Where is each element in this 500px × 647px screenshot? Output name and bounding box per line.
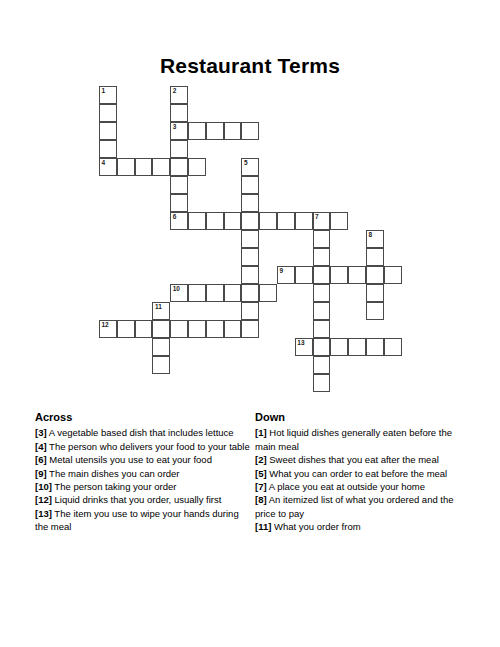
blocked-space (259, 338, 277, 356)
grid-cell[interactable]: 6 (170, 212, 188, 230)
blocked-space (366, 140, 384, 158)
blocked-space (206, 176, 224, 194)
clue-item-number: [12] (35, 494, 52, 505)
grid-cell[interactable] (152, 356, 170, 374)
grid-cell[interactable] (188, 284, 206, 302)
blocked-space (117, 356, 135, 374)
grid-cell[interactable]: 7 (313, 212, 331, 230)
clue-item-number: [9] (35, 468, 47, 479)
clue-item-down-2: [2] Sweet dishes that you eat after the … (255, 453, 470, 466)
grid-cell[interactable] (188, 212, 206, 230)
blocked-space (170, 356, 188, 374)
blocked-space (117, 212, 135, 230)
blocked-space (366, 86, 384, 104)
down-heading: Down (255, 411, 470, 424)
blocked-space (99, 248, 117, 266)
clue-number: 8 (368, 231, 372, 239)
blocked-space (188, 194, 206, 212)
grid-cell[interactable] (152, 158, 170, 176)
blocked-space (277, 176, 295, 194)
blocked-space (152, 86, 170, 104)
blocked-space (188, 356, 206, 374)
blocked-space (241, 86, 259, 104)
blocked-space (206, 356, 224, 374)
grid-cell[interactable] (366, 284, 384, 302)
clue-item-number: [13] (35, 508, 52, 519)
blocked-space (224, 86, 242, 104)
blocked-space (188, 104, 206, 122)
blocked-space (295, 302, 313, 320)
grid-cell[interactable] (295, 212, 313, 230)
blocked-space (241, 140, 259, 158)
grid-cell[interactable] (99, 104, 117, 122)
grid-cell[interactable] (170, 158, 188, 176)
grid-cell[interactable] (224, 122, 242, 140)
grid-cell[interactable] (224, 320, 242, 338)
grid-cell[interactable] (241, 284, 259, 302)
clue-number: 7 (315, 213, 319, 221)
grid-cell[interactable] (117, 320, 135, 338)
grid-cell[interactable] (366, 248, 384, 266)
blocked-space (117, 86, 135, 104)
page-title: Restaurant Terms (0, 54, 500, 78)
grid-cell[interactable]: 12 (99, 320, 117, 338)
grid-cell[interactable] (117, 158, 135, 176)
clue-item-down-5: [5] What you can order to eat before the… (255, 467, 470, 480)
grid-cell[interactable] (206, 122, 224, 140)
blocked-space (348, 356, 366, 374)
clue-number: 6 (173, 213, 177, 221)
blocked-space (330, 140, 348, 158)
blocked-space (188, 302, 206, 320)
blocked-space (206, 194, 224, 212)
blocked-space (259, 302, 277, 320)
grid-cell[interactable] (170, 140, 188, 158)
blocked-space (152, 374, 170, 392)
blocked-space (224, 356, 242, 374)
grid-cell[interactable] (330, 212, 348, 230)
grid-cell[interactable] (206, 284, 224, 302)
blocked-space (206, 86, 224, 104)
blocked-space (224, 302, 242, 320)
grid-cell[interactable]: 9 (277, 266, 295, 284)
grid-cell[interactable] (384, 338, 402, 356)
grid-cell[interactable] (366, 338, 384, 356)
blocked-space (259, 176, 277, 194)
blocked-space (224, 248, 242, 266)
blocked-space (135, 374, 153, 392)
grid-cell[interactable] (259, 284, 277, 302)
grid-cell[interactable] (313, 266, 331, 284)
blocked-space (348, 320, 366, 338)
clue-item-across-4: [4] The person who delivers your food to… (35, 440, 251, 453)
blocked-space (99, 302, 117, 320)
blocked-space (99, 338, 117, 356)
blocked-space (348, 284, 366, 302)
grid-cell[interactable] (366, 302, 384, 320)
grid-cell[interactable] (330, 338, 348, 356)
blocked-space (295, 284, 313, 302)
blocked-space (259, 356, 277, 374)
blocked-space (259, 122, 277, 140)
blocked-space (313, 194, 331, 212)
blocked-space (277, 104, 295, 122)
blocked-space (295, 374, 313, 392)
blocked-space (206, 230, 224, 248)
blocked-space (117, 266, 135, 284)
blocked-space (384, 194, 402, 212)
grid-cell[interactable] (206, 212, 224, 230)
grid-cell[interactable] (152, 320, 170, 338)
blocked-space (152, 266, 170, 284)
blocked-space (170, 374, 188, 392)
blocked-space (188, 248, 206, 266)
blocked-space (348, 104, 366, 122)
clue-item-down-7: [7] A place you eat at outside your home (255, 480, 470, 493)
blocked-space (384, 122, 402, 140)
blocked-space (366, 122, 384, 140)
grid-cell[interactable] (313, 230, 331, 248)
grid-cell[interactable] (170, 194, 188, 212)
blocked-space (135, 338, 153, 356)
blocked-space (259, 86, 277, 104)
grid-cell[interactable] (206, 320, 224, 338)
grid-cell[interactable] (241, 212, 259, 230)
blocked-space (384, 104, 402, 122)
clue-item-number: [8] (255, 494, 267, 505)
blocked-space (366, 176, 384, 194)
blocked-space (330, 248, 348, 266)
blocked-space (117, 140, 135, 158)
blocked-space (259, 374, 277, 392)
blocked-space (348, 212, 366, 230)
grid-cell[interactable] (313, 284, 331, 302)
blocked-space (366, 320, 384, 338)
blocked-space (206, 158, 224, 176)
grid-cell[interactable] (241, 248, 259, 266)
blocked-space (224, 374, 242, 392)
blocked-space (188, 86, 206, 104)
grid-cell[interactable] (241, 122, 259, 140)
grid-cell[interactable] (384, 266, 402, 284)
blocked-space (224, 176, 242, 194)
blocked-space (295, 176, 313, 194)
down-clues-section: Down [1] Hot liquid dishes generally eat… (255, 411, 470, 534)
blocked-space (224, 230, 242, 248)
blocked-space (348, 302, 366, 320)
blocked-space (295, 320, 313, 338)
grid-cell[interactable] (241, 302, 259, 320)
clue-item-across-3: [3] A vegetable based dish that includes… (35, 426, 251, 439)
blocked-space (384, 356, 402, 374)
blocked-space (152, 230, 170, 248)
blocked-space (259, 248, 277, 266)
blocked-space (117, 284, 135, 302)
grid-cell[interactable] (313, 302, 331, 320)
blocked-space (188, 230, 206, 248)
clue-number: 5 (244, 159, 248, 167)
blocked-space (152, 104, 170, 122)
blocked-space (224, 338, 242, 356)
grid-cell[interactable] (135, 320, 153, 338)
grid-cell[interactable] (170, 104, 188, 122)
blocked-space (330, 320, 348, 338)
blocked-space (99, 176, 117, 194)
blocked-space (224, 140, 242, 158)
grid-cell[interactable] (188, 320, 206, 338)
blocked-space (366, 356, 384, 374)
blocked-space (117, 104, 135, 122)
blocked-space (152, 284, 170, 302)
clue-item-across-9: [9] The main dishes you can order (35, 467, 251, 480)
blocked-space (295, 122, 313, 140)
blocked-space (313, 122, 331, 140)
blocked-space (295, 194, 313, 212)
blocked-space (188, 266, 206, 284)
blocked-space (135, 140, 153, 158)
blocked-space (330, 356, 348, 374)
blocked-space (348, 248, 366, 266)
blocked-space (99, 284, 117, 302)
grid-cell[interactable]: 5 (241, 158, 259, 176)
grid-cell[interactable] (99, 122, 117, 140)
blocked-space (206, 104, 224, 122)
blocked-space (135, 356, 153, 374)
clue-number: 11 (155, 303, 162, 311)
grid-cell[interactable]: 1 (99, 86, 117, 104)
blocked-space (366, 212, 384, 230)
blocked-space (295, 140, 313, 158)
blocked-space (259, 158, 277, 176)
clue-item-number: [2] (255, 454, 267, 465)
grid-cell[interactable] (366, 266, 384, 284)
blocked-space (241, 338, 259, 356)
grid-cell[interactable] (313, 374, 331, 392)
crossword-grid: 12345678910111213 (99, 86, 402, 392)
grid-cell[interactable] (99, 140, 117, 158)
blocked-space (170, 248, 188, 266)
grid-cell[interactable] (188, 122, 206, 140)
blocked-space (330, 122, 348, 140)
blocked-space (224, 158, 242, 176)
down-clues-list: [1] Hot liquid dishes generally eaten be… (255, 426, 470, 533)
blocked-space (277, 356, 295, 374)
blocked-space (259, 140, 277, 158)
grid-cell[interactable]: 10 (170, 284, 188, 302)
grid-cell[interactable]: 3 (170, 122, 188, 140)
blocked-space (384, 248, 402, 266)
blocked-space (295, 356, 313, 374)
blocked-space (313, 176, 331, 194)
blocked-space (188, 140, 206, 158)
blocked-space (152, 212, 170, 230)
blocked-space (259, 230, 277, 248)
blocked-space (313, 158, 331, 176)
blocked-space (348, 158, 366, 176)
grid-cell[interactable] (348, 338, 366, 356)
blocked-space (117, 194, 135, 212)
grid-cell[interactable] (241, 320, 259, 338)
blocked-space (384, 158, 402, 176)
blocked-space (277, 320, 295, 338)
blocked-space (384, 284, 402, 302)
blocked-space (295, 158, 313, 176)
blocked-space (99, 194, 117, 212)
grid-cell[interactable] (170, 176, 188, 194)
blocked-space (277, 194, 295, 212)
blocked-space (135, 302, 153, 320)
blocked-space (170, 338, 188, 356)
blocked-space (135, 248, 153, 266)
blocked-space (152, 194, 170, 212)
clue-item-number: [3] (35, 427, 47, 438)
blocked-space (206, 248, 224, 266)
grid-cell[interactable] (241, 176, 259, 194)
blocked-space (206, 374, 224, 392)
grid-cell[interactable]: 4 (99, 158, 117, 176)
blocked-space (330, 374, 348, 392)
grid-cell[interactable] (152, 338, 170, 356)
blocked-space (99, 230, 117, 248)
blocked-space (384, 230, 402, 248)
clue-item-across-13: [13] The item you use to wipe your hands… (35, 507, 251, 534)
grid-cell[interactable] (241, 230, 259, 248)
blocked-space (366, 194, 384, 212)
blocked-space (295, 230, 313, 248)
blocked-space (348, 140, 366, 158)
grid-cell[interactable] (313, 338, 331, 356)
blocked-space (277, 284, 295, 302)
blocked-space (135, 104, 153, 122)
blocked-space (348, 230, 366, 248)
blocked-space (384, 176, 402, 194)
grid-cell[interactable] (188, 158, 206, 176)
blocked-space (348, 122, 366, 140)
clue-number: 9 (279, 267, 283, 275)
clue-item-number: [4] (35, 441, 47, 452)
blocked-space (330, 176, 348, 194)
clue-number: 3 (173, 123, 177, 131)
grid-cell[interactable]: 11 (152, 302, 170, 320)
grid-cell[interactable] (330, 266, 348, 284)
clue-item-number: [10] (35, 481, 52, 492)
blocked-space (384, 86, 402, 104)
blocked-space (277, 140, 295, 158)
grid-cell[interactable] (348, 266, 366, 284)
blocked-space (170, 302, 188, 320)
grid-cell[interactable] (313, 356, 331, 374)
clue-number: 1 (102, 87, 106, 95)
clue-number: 13 (297, 339, 304, 347)
blocked-space (99, 212, 117, 230)
grid-cell[interactable] (170, 320, 188, 338)
clue-item-across-12: [12] Liquid drinks that you order, usual… (35, 493, 251, 506)
blocked-space (384, 302, 402, 320)
blocked-space (188, 176, 206, 194)
blocked-space (348, 86, 366, 104)
blocked-space (135, 266, 153, 284)
grid-cell[interactable] (241, 266, 259, 284)
blocked-space (384, 212, 402, 230)
across-clues-list: [3] A vegetable based dish that includes… (35, 426, 251, 533)
clue-item-down-1: [1] Hot liquid dishes generally eaten be… (255, 426, 470, 453)
blocked-space (384, 374, 402, 392)
blocked-space (366, 158, 384, 176)
blocked-space (117, 230, 135, 248)
blocked-space (188, 338, 206, 356)
blocked-space (277, 374, 295, 392)
blocked-space (224, 266, 242, 284)
blocked-space (152, 176, 170, 194)
grid-cell[interactable]: 13 (295, 338, 313, 356)
blocked-space (313, 140, 331, 158)
blocked-space (117, 338, 135, 356)
clue-number: 2 (173, 87, 177, 95)
blocked-space (241, 104, 259, 122)
grid-cell[interactable] (224, 212, 242, 230)
blocked-space (135, 230, 153, 248)
blocked-space (170, 266, 188, 284)
blocked-space (206, 338, 224, 356)
clue-item-across-10: [10] The person taking your order (35, 480, 251, 493)
blocked-space (277, 302, 295, 320)
blocked-space (330, 302, 348, 320)
grid-cell[interactable]: 2 (170, 86, 188, 104)
blocked-space (295, 86, 313, 104)
blocked-space (348, 194, 366, 212)
clue-item-number: [6] (35, 454, 47, 465)
blocked-space (117, 176, 135, 194)
clue-item-down-8: [8] An itemized list of what you ordered… (255, 493, 470, 520)
blocked-space (117, 374, 135, 392)
blocked-space (277, 248, 295, 266)
grid-cell[interactable] (135, 158, 153, 176)
grid-cell[interactable] (241, 194, 259, 212)
clue-item-across-6: [6] Metal utensils you use to eat your f… (35, 453, 251, 466)
clue-item-down-11: [11] What you order from (255, 520, 470, 533)
blocked-space (135, 86, 153, 104)
blocked-space (277, 338, 295, 356)
blocked-space (295, 104, 313, 122)
grid-cell[interactable] (259, 212, 277, 230)
grid-cell[interactable] (277, 212, 295, 230)
blocked-space (330, 230, 348, 248)
blocked-space (152, 248, 170, 266)
blocked-space (224, 194, 242, 212)
blocked-space (135, 122, 153, 140)
blocked-space (366, 374, 384, 392)
blocked-space (206, 302, 224, 320)
grid-cell[interactable] (313, 320, 331, 338)
blocked-space (348, 176, 366, 194)
clue-item-number: [11] (255, 521, 271, 532)
grid-cell[interactable] (295, 266, 313, 284)
blocked-space (170, 230, 188, 248)
clue-number: 4 (102, 159, 106, 167)
blocked-space (188, 374, 206, 392)
blocked-space (117, 302, 135, 320)
blocked-space (259, 104, 277, 122)
grid-cell[interactable]: 8 (366, 230, 384, 248)
blocked-space (206, 266, 224, 284)
clue-item-number: [1] (255, 427, 267, 438)
blocked-space (384, 320, 402, 338)
blocked-space (277, 86, 295, 104)
grid-cell[interactable] (224, 284, 242, 302)
blocked-space (277, 122, 295, 140)
blocked-space (366, 104, 384, 122)
grid-cell[interactable] (313, 248, 331, 266)
